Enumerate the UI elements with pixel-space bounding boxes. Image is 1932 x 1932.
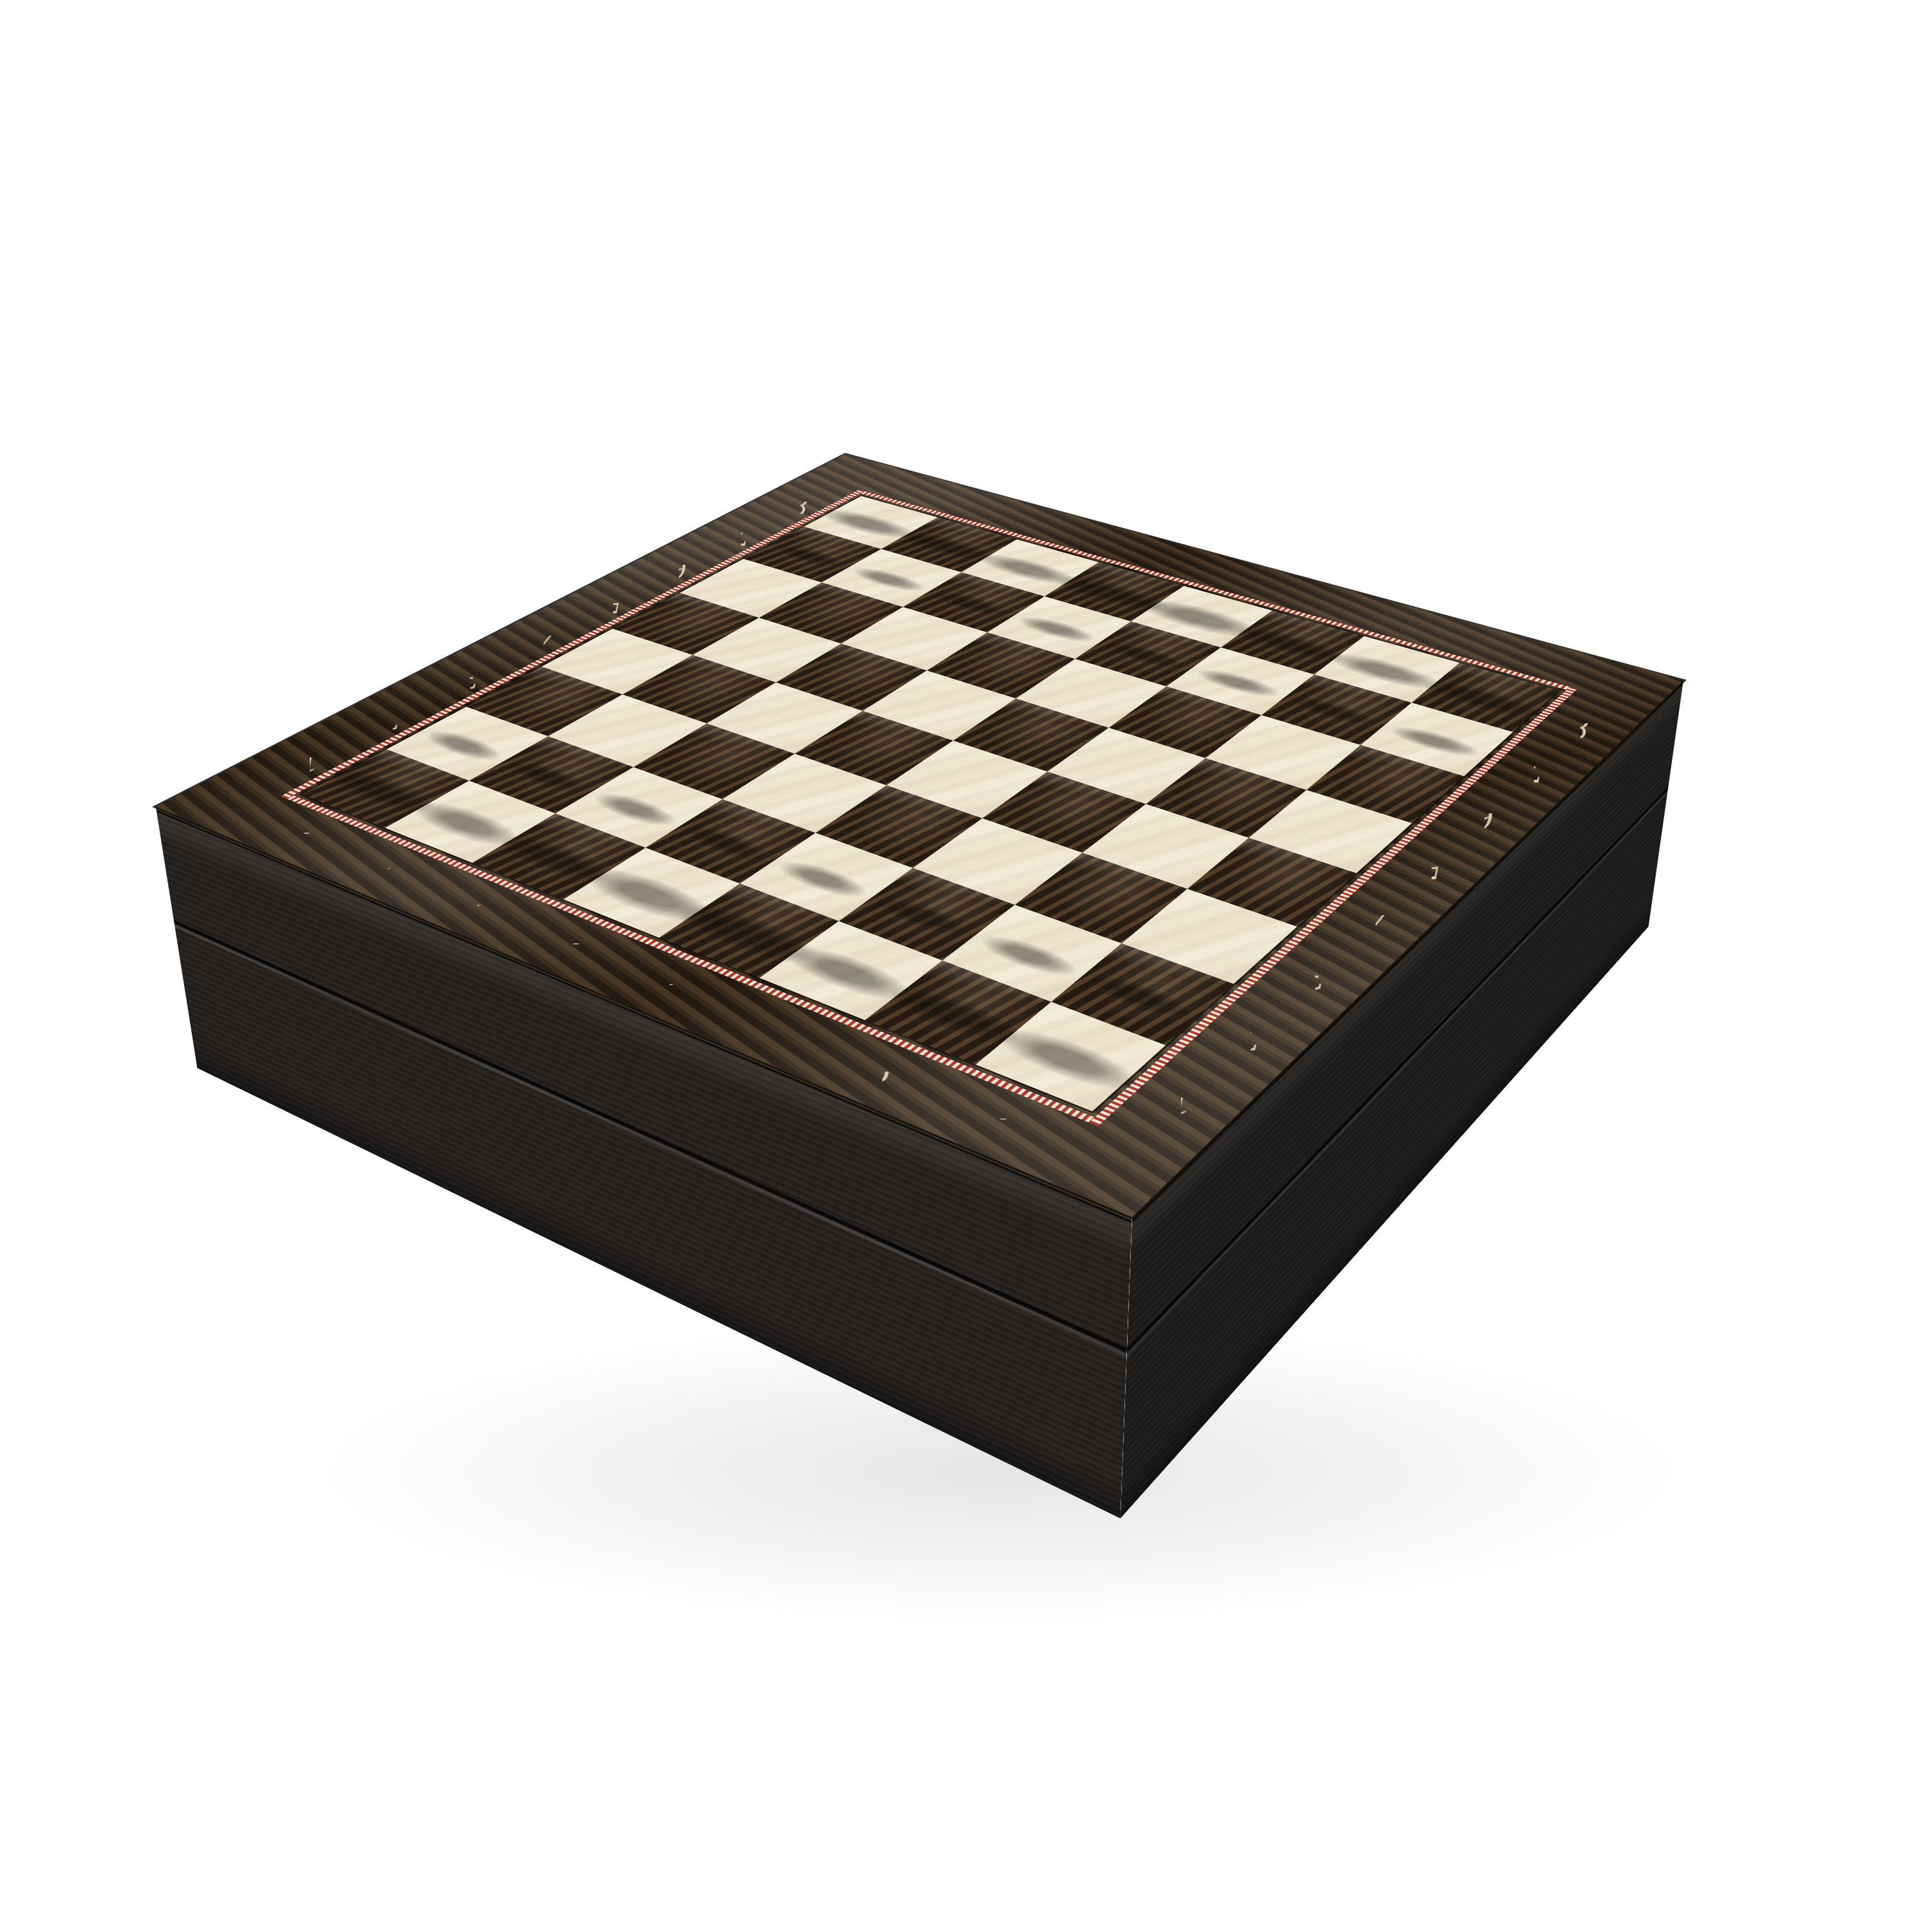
perspective-wrapper: a11b22c33d44e55f66g77h88♜♞♝♛♚♝♞♜♟♟♟♟♟♟♟♟… xyxy=(0,0,1932,1932)
square-h5[interactable] xyxy=(1249,790,1412,873)
square-h6[interactable] xyxy=(1307,745,1464,823)
chess-box: a11b22c33d44e55f66g77h88♜♞♝♛♚♝♞♜♟♟♟♟♟♟♟♟… xyxy=(156,454,1683,1217)
product-photo-scene: a11b22c33d44e55f66g77h88♜♞♝♛♚♝♞♜♟♟♟♟♟♟♟♟… xyxy=(0,0,1932,1932)
